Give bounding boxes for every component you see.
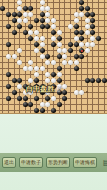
bottom-toolbar: 退出 申请数子 形势判断 申请悔棋 ▤ ☰ bbox=[0, 153, 107, 172]
star-point bbox=[19, 55, 21, 57]
black-stone bbox=[12, 18, 17, 23]
black-stone bbox=[28, 24, 33, 29]
black-stone bbox=[40, 18, 45, 23]
white-stone bbox=[85, 18, 90, 23]
white-stone bbox=[34, 36, 39, 41]
white-stone bbox=[12, 54, 17, 59]
black-stone bbox=[34, 42, 39, 47]
white-stone bbox=[57, 42, 62, 47]
white-stone bbox=[17, 6, 22, 11]
white-stone bbox=[28, 78, 33, 83]
board-cell[interactable] bbox=[56, 77, 62, 83]
white-stone bbox=[79, 42, 84, 47]
black-stone bbox=[62, 96, 67, 101]
black-stone bbox=[90, 24, 95, 29]
board-cell[interactable] bbox=[56, 71, 62, 77]
black-stone bbox=[40, 108, 45, 113]
star-point bbox=[52, 55, 54, 57]
star-point bbox=[19, 91, 21, 93]
black-stone bbox=[85, 12, 90, 17]
black-stone bbox=[34, 96, 39, 101]
board-overlay-message: 白中盘胜 ✌ bbox=[26, 85, 63, 93]
white-stone bbox=[74, 18, 79, 23]
white-stone bbox=[51, 36, 56, 41]
white-stone bbox=[51, 96, 56, 101]
black-stone bbox=[57, 36, 62, 41]
white-stone bbox=[34, 30, 39, 35]
black-stone bbox=[28, 6, 33, 11]
black-stone bbox=[74, 54, 79, 59]
black-stone bbox=[23, 96, 28, 101]
black-stone bbox=[34, 18, 39, 23]
white-stone bbox=[40, 66, 45, 71]
black-stone bbox=[74, 42, 79, 47]
victory-hand-icon: ✌ bbox=[55, 85, 63, 93]
black-stone bbox=[28, 36, 33, 41]
black-stone bbox=[45, 24, 50, 29]
black-stone bbox=[90, 78, 95, 83]
black-stone bbox=[12, 90, 17, 95]
black-stone bbox=[57, 102, 62, 107]
black-stone bbox=[12, 30, 17, 35]
white-stone bbox=[34, 72, 39, 77]
black-stone bbox=[0, 6, 5, 11]
white-stone bbox=[40, 102, 45, 107]
white-stone bbox=[28, 60, 33, 65]
black-stone bbox=[23, 6, 28, 11]
white-stone bbox=[57, 72, 62, 77]
white-stone bbox=[17, 0, 22, 5]
white-stone bbox=[28, 66, 33, 71]
black-stone bbox=[51, 72, 56, 77]
request-count-button[interactable]: 申请数子 bbox=[19, 157, 43, 168]
last-move-marker bbox=[81, 50, 83, 52]
black-stone bbox=[62, 90, 67, 95]
board-cell[interactable] bbox=[56, 101, 62, 107]
white-stone bbox=[68, 24, 73, 29]
black-stone bbox=[6, 84, 11, 89]
black-stone bbox=[90, 30, 95, 35]
white-stone bbox=[85, 24, 90, 29]
board-cell[interactable] bbox=[23, 95, 29, 101]
white-stone bbox=[51, 18, 56, 23]
board-cell[interactable] bbox=[73, 65, 79, 71]
white-stone bbox=[40, 54, 45, 59]
white-stone bbox=[85, 30, 90, 35]
white-stone bbox=[23, 66, 28, 71]
white-stone bbox=[28, 12, 33, 17]
white-stone bbox=[17, 84, 22, 89]
white-stone bbox=[45, 6, 50, 11]
black-stone bbox=[34, 108, 39, 113]
white-stone bbox=[17, 60, 22, 65]
white-stone bbox=[45, 78, 50, 83]
black-stone bbox=[51, 30, 56, 35]
go-board-grid bbox=[0, 0, 107, 113]
white-stone bbox=[45, 12, 50, 17]
black-stone bbox=[90, 18, 95, 23]
white-stone bbox=[74, 12, 79, 17]
white-stone bbox=[34, 66, 39, 71]
board-cell[interactable] bbox=[101, 107, 107, 113]
black-stone bbox=[51, 108, 56, 113]
white-stone bbox=[85, 48, 90, 53]
black-stone bbox=[17, 24, 22, 29]
black-stone bbox=[12, 78, 17, 83]
white-stone bbox=[45, 102, 50, 107]
black-stone bbox=[6, 96, 11, 101]
black-stone bbox=[68, 42, 73, 47]
white-stone bbox=[40, 6, 45, 11]
white-stone bbox=[45, 18, 50, 23]
black-stone bbox=[57, 78, 62, 83]
black-stone bbox=[51, 42, 56, 47]
black-stone bbox=[23, 102, 28, 107]
black-stone bbox=[12, 12, 17, 17]
black-stone bbox=[6, 12, 11, 17]
white-stone bbox=[34, 48, 39, 53]
board-cell[interactable] bbox=[11, 89, 17, 95]
app-screen: 白中盘胜 ✌ 退出 申请数子 形势判断 申请悔棋 ▤ ☰ bbox=[0, 0, 107, 190]
go-board bbox=[0, 0, 107, 114]
white-stone bbox=[62, 60, 67, 65]
black-stone bbox=[90, 12, 95, 17]
white-stone bbox=[17, 48, 22, 53]
black-stone bbox=[23, 30, 28, 35]
black-stone bbox=[57, 66, 62, 71]
white-stone bbox=[40, 36, 45, 41]
white-stone bbox=[23, 18, 28, 23]
black-stone bbox=[79, 30, 84, 35]
black-stone bbox=[79, 36, 84, 41]
white-stone bbox=[74, 60, 79, 65]
white-stone bbox=[6, 54, 11, 59]
board-cell[interactable] bbox=[39, 101, 45, 107]
black-stone bbox=[79, 0, 84, 5]
undo-request-button[interactable]: 申请悔棋 bbox=[73, 157, 97, 168]
star-point bbox=[86, 55, 88, 57]
star-point bbox=[86, 91, 88, 93]
black-stone bbox=[79, 6, 84, 11]
chat-icon[interactable]: ▤ bbox=[103, 158, 107, 167]
white-stone bbox=[45, 60, 50, 65]
black-stone bbox=[74, 30, 79, 35]
black-stone bbox=[102, 78, 107, 83]
white-stone bbox=[62, 84, 67, 89]
white-stone bbox=[68, 60, 73, 65]
black-stone bbox=[28, 102, 33, 107]
black-stone bbox=[45, 54, 50, 59]
black-stone bbox=[6, 72, 11, 77]
black-stone bbox=[74, 24, 79, 29]
black-stone bbox=[79, 54, 84, 59]
black-stone bbox=[17, 12, 22, 17]
black-stone bbox=[40, 48, 45, 53]
black-stone bbox=[74, 66, 79, 71]
black-stone bbox=[85, 78, 90, 83]
black-stone bbox=[17, 96, 22, 101]
black-stone bbox=[40, 24, 45, 29]
white-stone bbox=[57, 48, 62, 53]
white-stone bbox=[62, 54, 67, 59]
white-stone bbox=[40, 0, 45, 5]
white-stone bbox=[17, 18, 22, 23]
white-stone bbox=[90, 42, 95, 47]
white-stone bbox=[79, 12, 84, 17]
white-stone bbox=[45, 72, 50, 77]
white-stone bbox=[51, 24, 56, 29]
board-cell[interactable] bbox=[73, 89, 79, 95]
black-stone bbox=[68, 48, 73, 53]
white-stone bbox=[40, 42, 45, 47]
board-cell[interactable] bbox=[39, 107, 45, 113]
white-stone bbox=[90, 36, 95, 41]
estimate-button[interactable]: 形势判断 bbox=[46, 157, 70, 168]
black-stone bbox=[96, 78, 101, 83]
white-stone bbox=[28, 30, 33, 35]
board-cell[interactable] bbox=[23, 101, 29, 107]
white-stone bbox=[57, 30, 62, 35]
black-stone bbox=[40, 12, 45, 17]
result-text: 白中盘胜 bbox=[26, 85, 54, 93]
black-stone bbox=[85, 6, 90, 11]
black-stone bbox=[45, 96, 50, 101]
white-stone bbox=[51, 60, 56, 65]
black-stone bbox=[6, 42, 11, 47]
black-stone bbox=[57, 54, 62, 59]
black-stone bbox=[34, 78, 39, 83]
white-stone bbox=[62, 48, 67, 53]
black-stone bbox=[17, 78, 22, 83]
white-stone bbox=[74, 90, 79, 95]
white-stone bbox=[74, 36, 79, 41]
exit-button[interactable]: 退出 bbox=[2, 157, 16, 168]
board-cell[interactable] bbox=[11, 77, 17, 83]
white-stone bbox=[23, 12, 28, 17]
black-stone bbox=[6, 24, 11, 29]
black-stone bbox=[96, 36, 101, 41]
board-cell[interactable] bbox=[101, 77, 107, 83]
white-stone bbox=[79, 90, 84, 95]
white-stone bbox=[51, 78, 56, 83]
white-stone bbox=[85, 42, 90, 47]
